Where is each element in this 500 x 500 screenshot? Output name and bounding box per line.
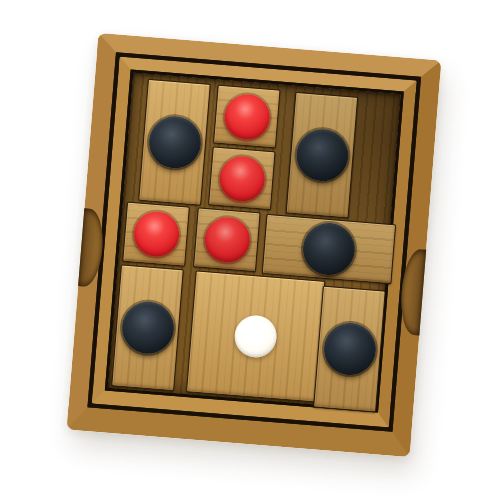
piece-V2-vertical-1x2[interactable] bbox=[286, 92, 359, 219]
black-peg-knob bbox=[146, 114, 202, 170]
right-finger-notch bbox=[398, 248, 426, 335]
piece-S3-single-1x1[interactable] bbox=[122, 202, 190, 266]
red-peg-knob bbox=[223, 92, 271, 140]
piece-S1-single-1x1[interactable] bbox=[213, 85, 281, 149]
inner-tray-frame bbox=[92, 57, 417, 428]
piece-S2-single-1x1[interactable] bbox=[208, 147, 276, 211]
black-peg-knob bbox=[120, 300, 176, 356]
red-peg-knob bbox=[218, 154, 266, 202]
white-peg-knob bbox=[233, 314, 278, 359]
playfield bbox=[108, 73, 400, 409]
product-photo bbox=[0, 0, 500, 500]
red-peg-knob bbox=[132, 210, 180, 258]
black-peg-knob bbox=[301, 221, 357, 277]
black-peg-knob bbox=[294, 127, 350, 183]
red-peg-knob bbox=[203, 216, 251, 264]
piece-H1-horizontal-2x1[interactable] bbox=[262, 214, 396, 283]
puzzle-board bbox=[67, 33, 442, 457]
piece-B-big-2x2[interactable] bbox=[186, 270, 325, 402]
piece-S4-single-1x1[interactable] bbox=[193, 208, 261, 272]
piece-V1-vertical-1x2[interactable] bbox=[138, 79, 211, 206]
piece-V3-vertical-1x2[interactable] bbox=[111, 264, 184, 391]
piece-V4-vertical-1x2[interactable] bbox=[313, 285, 386, 412]
outer-box-frame bbox=[67, 33, 442, 457]
black-peg-knob bbox=[321, 321, 377, 377]
